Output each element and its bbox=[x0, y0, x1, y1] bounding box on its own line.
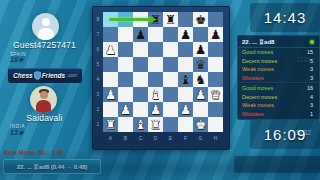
black-rook-d8: ♜ bbox=[148, 12, 163, 27]
square-b2[interactable]: ♟ bbox=[118, 102, 133, 117]
black-rook-e8: ♜ bbox=[163, 12, 178, 27]
white-rook-a1: ♜ bbox=[103, 117, 118, 132]
best-move-label: Best Move: 22... ♗d6 bbox=[4, 148, 104, 155]
stat-label: Good moves bbox=[242, 49, 273, 57]
file-label-H: H bbox=[208, 133, 223, 143]
rank-label-5: 5 bbox=[93, 57, 103, 72]
square-b4[interactable] bbox=[118, 72, 133, 87]
avatar-top-player bbox=[32, 13, 59, 40]
bottom-player-level: 13★ bbox=[10, 129, 24, 137]
square-d4[interactable] bbox=[148, 72, 163, 87]
rank-label-4: 4 bbox=[93, 72, 103, 87]
black-pawn-h7: ♟ bbox=[208, 27, 223, 42]
square-a5[interactable] bbox=[103, 57, 118, 72]
empty-panel bbox=[234, 156, 320, 173]
chess-board: 87654321 ♜♜♚♟♟♟♟♟♛♝♞♟♝♟♛♟♟♟♜♝♜♚ ABCDEFGH bbox=[92, 6, 230, 150]
stat-value: 16 bbox=[307, 85, 313, 93]
square-f3[interactable] bbox=[178, 87, 193, 102]
stat-row-mistakes: Mistakes3 bbox=[238, 74, 319, 83]
square-a7[interactable] bbox=[103, 27, 118, 42]
square-b1[interactable] bbox=[118, 117, 133, 132]
black-pawn-c7: ♟ bbox=[133, 27, 148, 42]
white-pawn-d2: ♟ bbox=[148, 102, 163, 117]
black-king-g8: ♚ bbox=[193, 12, 208, 27]
last-move-text: 22. ... ♖ad8 bbox=[242, 38, 274, 45]
square-b3[interactable] bbox=[118, 87, 133, 102]
black-knight-g4: ♞ bbox=[193, 72, 208, 87]
stat-value: 4 bbox=[310, 94, 313, 102]
square-g7[interactable] bbox=[193, 27, 208, 42]
square-h8[interactable] bbox=[208, 12, 223, 27]
square-d1[interactable]: ♜ bbox=[148, 117, 163, 132]
black-pawn-f7: ♟ bbox=[178, 27, 193, 42]
stat-label: Mistakes bbox=[242, 111, 264, 119]
file-label-G: G bbox=[193, 133, 208, 143]
white-pawn-a3: ♟ bbox=[103, 87, 118, 102]
square-h4[interactable] bbox=[208, 72, 223, 87]
white-king-g1: ♚ bbox=[193, 117, 208, 132]
square-e1[interactable] bbox=[163, 117, 178, 132]
stat-row-good-moves: Good moves16 bbox=[238, 84, 319, 93]
stat-row-decent-moves: Decent moves5 bbox=[238, 57, 319, 66]
square-b6[interactable] bbox=[118, 42, 133, 57]
square-b8[interactable] bbox=[118, 12, 133, 27]
engine-status-dot bbox=[310, 40, 314, 44]
square-e8[interactable]: ♜ bbox=[163, 12, 178, 27]
avatar-silhouette-icon bbox=[42, 18, 50, 26]
square-g4[interactable]: ♞ bbox=[193, 72, 208, 87]
white-pawn-f2: ♟ bbox=[178, 102, 193, 117]
square-h3[interactable]: ♛ bbox=[208, 87, 223, 102]
square-d3[interactable]: ♝ bbox=[148, 87, 163, 102]
white-pawn-b2: ♟ bbox=[118, 102, 133, 117]
square-b5[interactable] bbox=[118, 57, 133, 72]
square-b7[interactable] bbox=[118, 27, 133, 42]
rank-label-1: 1 bbox=[93, 117, 103, 132]
stat-value: 1 bbox=[310, 111, 313, 119]
square-c4[interactable] bbox=[133, 72, 148, 87]
board-grid: ♜♜♚♟♟♟♟♟♛♝♞♟♝♟♛♟♟♟♜♝♜♚ bbox=[103, 12, 223, 132]
square-d5[interactable] bbox=[148, 57, 163, 72]
stat-value: 3 bbox=[310, 102, 313, 110]
top-player-name: Guest47257471 bbox=[0, 40, 89, 50]
stat-row-mistakes: Mistakes1 bbox=[238, 110, 319, 119]
square-a1[interactable]: ♜ bbox=[103, 117, 118, 132]
square-c2[interactable] bbox=[133, 102, 148, 117]
top-player-level: 10★ bbox=[10, 56, 24, 64]
square-a3[interactable]: ♟ bbox=[103, 87, 118, 102]
square-g3[interactable]: ♟ bbox=[193, 87, 208, 102]
square-d8[interactable]: ♜ bbox=[148, 12, 163, 27]
stat-label: Good moves bbox=[242, 85, 273, 93]
square-g6[interactable]: ♟ bbox=[193, 42, 208, 57]
square-f6[interactable] bbox=[178, 42, 193, 57]
file-label-F: F bbox=[178, 133, 193, 143]
square-d2[interactable]: ♟ bbox=[148, 102, 163, 117]
stat-label: Weak moves bbox=[242, 66, 274, 74]
square-c6[interactable] bbox=[133, 42, 148, 57]
black-queen-g5: ♛ bbox=[193, 57, 208, 72]
chessfriends-logo[interactable]: Chess Friends .com bbox=[8, 68, 82, 83]
square-a4[interactable] bbox=[103, 72, 118, 87]
square-g2[interactable] bbox=[193, 102, 208, 117]
square-f7[interactable]: ♟ bbox=[178, 27, 193, 42]
square-g1[interactable]: ♚ bbox=[193, 117, 208, 132]
bottom-analysis-panel: Good moves16Decent moves4Weak moves3Mist… bbox=[237, 82, 320, 120]
square-h5[interactable] bbox=[208, 57, 223, 72]
stat-row-good-moves: Good moves15 bbox=[238, 48, 319, 57]
bottom-player-name: Saidavali bbox=[0, 113, 89, 123]
square-h6[interactable] bbox=[208, 42, 223, 57]
white-bishop-c1: ♝ bbox=[133, 117, 148, 132]
square-a8[interactable] bbox=[103, 12, 118, 27]
white-rook-d1: ♜ bbox=[148, 117, 163, 132]
white-bishop-d3: ♝ bbox=[148, 87, 163, 102]
square-g8[interactable]: ♚ bbox=[193, 12, 208, 27]
square-e6[interactable] bbox=[163, 42, 178, 57]
stat-value: 15 bbox=[307, 49, 313, 57]
top-player-clock: 14:43 bbox=[250, 3, 320, 32]
square-h7[interactable]: ♟ bbox=[208, 27, 223, 42]
square-a6[interactable]: ♟ bbox=[103, 42, 118, 57]
stat-row-weak-moves: Weak moves3 bbox=[238, 65, 319, 74]
black-bishop-f4: ♝ bbox=[178, 72, 193, 87]
white-queen-h3: ♛ bbox=[208, 87, 223, 102]
square-f2[interactable]: ♟ bbox=[178, 102, 193, 117]
played-move-eval-box: 22. ... ♖ad8 (0.44 → 0.48) bbox=[3, 159, 101, 174]
square-f5[interactable] bbox=[178, 57, 193, 72]
square-f1[interactable] bbox=[178, 117, 193, 132]
rank-labels: 87654321 bbox=[93, 12, 103, 132]
file-label-E: E bbox=[163, 133, 178, 143]
white-pawn-a6: ♟ bbox=[103, 42, 118, 57]
square-h1[interactable] bbox=[208, 117, 223, 132]
square-d6[interactable] bbox=[148, 42, 163, 57]
square-c1[interactable]: ♝ bbox=[133, 117, 148, 132]
file-label-B: B bbox=[118, 133, 133, 143]
avatar-bottom-player bbox=[30, 86, 57, 113]
square-f4[interactable]: ♝ bbox=[178, 72, 193, 87]
file-labels: ABCDEFGH bbox=[103, 133, 223, 143]
stat-value: 3 bbox=[310, 66, 313, 74]
analysis-panel-header: 22. ... ♖ad8 bbox=[238, 37, 319, 48]
square-e3[interactable] bbox=[163, 87, 178, 102]
stat-row-decent-moves: Decent moves4 bbox=[238, 93, 319, 102]
black-pawn-g6: ♟ bbox=[193, 42, 208, 57]
bottom-panel-rows: Good moves16Decent moves4Weak moves3Mist… bbox=[238, 84, 319, 118]
square-f8[interactable] bbox=[178, 12, 193, 27]
square-h2[interactable] bbox=[208, 102, 223, 117]
stat-label: Decent moves bbox=[242, 58, 277, 66]
stat-label: Weak moves bbox=[242, 102, 274, 110]
stat-row-weak-moves: Weak moves3 bbox=[238, 101, 319, 110]
square-d7[interactable] bbox=[148, 27, 163, 42]
rank-label-8: 8 bbox=[93, 12, 103, 27]
rank-label-2: 2 bbox=[93, 102, 103, 117]
square-e7[interactable] bbox=[163, 27, 178, 42]
rank-label-6: 6 bbox=[93, 42, 103, 57]
stat-label: Mistakes bbox=[242, 75, 264, 83]
rank-label-7: 7 bbox=[93, 27, 103, 42]
square-e2[interactable] bbox=[163, 102, 178, 117]
stat-label: Decent moves bbox=[242, 94, 277, 102]
file-label-C: C bbox=[133, 133, 148, 143]
shield-icon bbox=[34, 71, 41, 80]
square-e5[interactable] bbox=[163, 57, 178, 72]
rank-label-3: 3 bbox=[93, 87, 103, 102]
square-c5[interactable] bbox=[133, 57, 148, 72]
file-label-A: A bbox=[103, 133, 118, 143]
bottom-player-clock: 16:09 bbox=[250, 120, 320, 149]
square-c3[interactable] bbox=[133, 87, 148, 102]
app-window: Guest47257471 SPAIN 10★ 1139 Chess Frien… bbox=[0, 0, 320, 180]
square-a2[interactable] bbox=[103, 102, 118, 117]
played-move-eval-text: 22. ... ♖ad8 (0.44 → 0.48) bbox=[17, 163, 88, 170]
file-label-D: D bbox=[148, 133, 163, 143]
square-c8[interactable] bbox=[133, 12, 148, 27]
square-c7[interactable]: ♟ bbox=[133, 27, 148, 42]
stat-value: 5 bbox=[310, 58, 313, 66]
square-g5[interactable]: ♛ bbox=[193, 57, 208, 72]
square-e4[interactable] bbox=[163, 72, 178, 87]
top-panel-rows: Good moves15Decent moves5Weak moves3Mist… bbox=[238, 48, 319, 82]
white-pawn-g3: ♟ bbox=[193, 87, 208, 102]
stat-value: 3 bbox=[310, 75, 313, 83]
top-analysis-panel: 22. ... ♖ad8 Good moves15Decent moves5We… bbox=[237, 35, 320, 84]
